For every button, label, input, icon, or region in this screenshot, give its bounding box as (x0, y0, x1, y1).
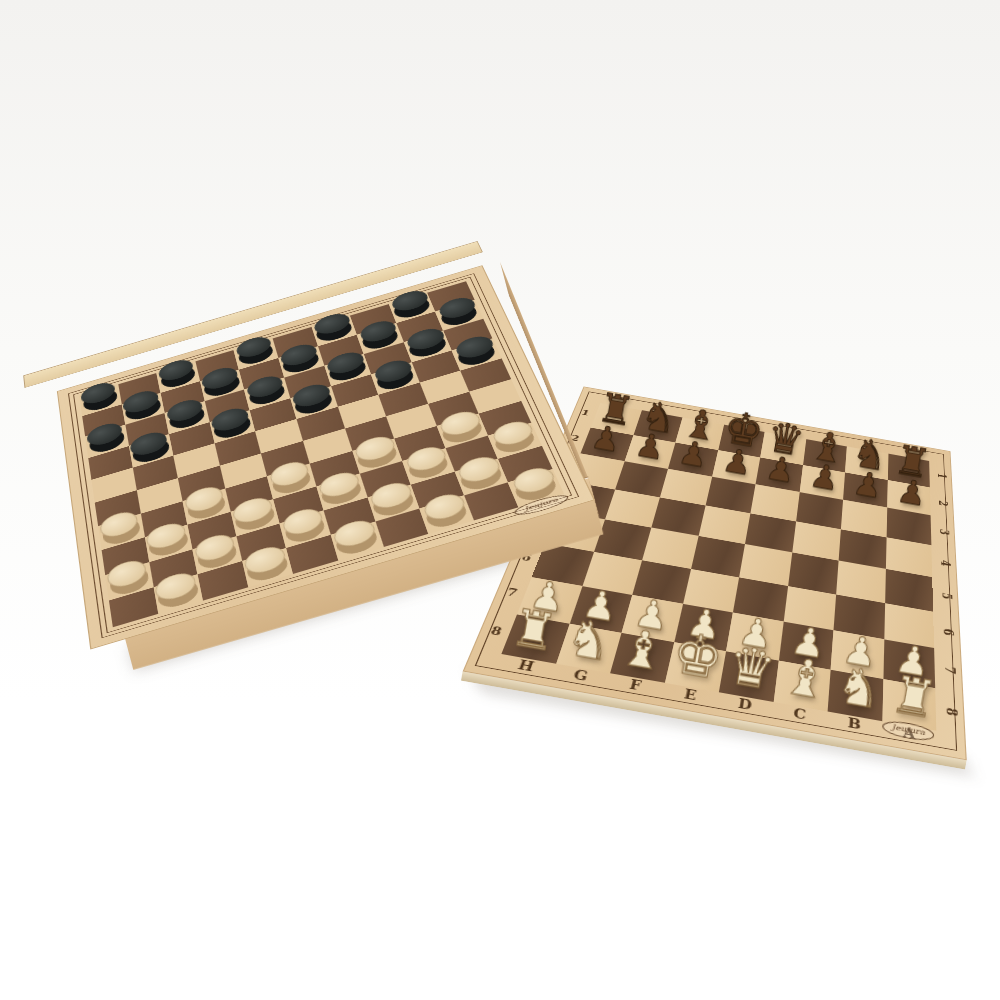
natural-wood-checker (492, 425, 539, 456)
natural-wood-checker (512, 472, 561, 505)
chess-square: ♟ (624, 435, 675, 469)
natural-wood-checker (423, 498, 470, 531)
black-checker (455, 340, 499, 368)
checkers-square (198, 561, 248, 600)
chess-square (698, 505, 750, 544)
chess-square (594, 519, 652, 560)
black-checker (407, 332, 449, 360)
checkers-square (153, 575, 203, 614)
checkers-grid (79, 281, 564, 627)
checkers-square (420, 496, 474, 534)
cream-bishop: ♝ (611, 620, 674, 679)
cream-rook: ♜ (503, 601, 566, 660)
scene: ♜♞♝♚♛♝♞♜♟♟♟♟♟♟♟♟♟♟♟♟♟♟♟♟♜♞♝♚♛♝♞♜ HGFEDCB… (0, 0, 1000, 1000)
checkers-square (331, 522, 384, 561)
natural-wood-checker (245, 551, 290, 585)
checkers-square (280, 510, 331, 548)
rank-label-right-6: 6 (940, 624, 957, 639)
natural-wood-checker (234, 502, 277, 534)
chess-square: ♛ (719, 651, 779, 702)
natural-wood-checker (148, 527, 190, 560)
chess-square (660, 469, 712, 505)
chess-square: ♚ (664, 642, 726, 693)
rank-label-right-1: 1 (935, 470, 949, 481)
brown-pawn: ♟ (843, 466, 892, 506)
natural-wood-checker (370, 487, 416, 520)
brown-pawn: ♟ (712, 442, 761, 482)
natural-wood-checker (355, 441, 399, 472)
chess-square (605, 489, 660, 527)
rank-label-right-7: 7 (941, 662, 958, 678)
natural-wood-checker (283, 513, 328, 546)
cream-king: ♚ (665, 624, 729, 689)
natural-wood-checker (156, 577, 200, 612)
checkers-square (242, 548, 293, 587)
natural-wood-checker (406, 451, 452, 483)
chess-square: ♞ (828, 669, 883, 721)
cream-knight: ♞ (557, 610, 620, 669)
cream-rook: ♜ (882, 668, 945, 727)
brown-pawn: ♟ (625, 427, 674, 467)
chess-square: ♝ (610, 632, 674, 682)
chess-square (885, 569, 933, 612)
checker-top (317, 469, 362, 501)
cream-queen: ♛ (719, 637, 782, 698)
brown-pawn: ♟ (756, 450, 805, 490)
cream-bishop: ♝ (774, 649, 837, 708)
chess-square (796, 492, 843, 529)
rank-label-right-3: 3 (936, 526, 951, 538)
natural-wood-checker (334, 524, 380, 558)
rank-label-right-2: 2 (935, 497, 950, 509)
brown-pawn: ♟ (581, 419, 630, 459)
brown-pawn: ♟ (887, 473, 936, 513)
checkers-square (338, 395, 387, 429)
checkers-square (215, 431, 262, 465)
rank-label-right-4: 4 (937, 557, 953, 570)
rank-label-right-5: 5 (938, 589, 954, 603)
brown-pawn: ♟ (800, 458, 849, 498)
black-checker (374, 364, 417, 393)
brown-pawn: ♟ (669, 435, 718, 475)
chess-square: ♝ (773, 660, 830, 711)
rank-label-right-8: 8 (942, 703, 960, 720)
cream-knight: ♞ (828, 658, 891, 717)
rank-label-left-1: 1 (577, 408, 594, 418)
jeujura-logo-text: Jeujura (892, 723, 925, 737)
